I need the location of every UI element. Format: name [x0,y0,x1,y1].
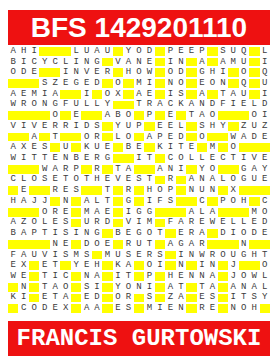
letter-cell: N [176,57,186,68]
blocked-cell [113,153,123,164]
letter-cell: O [249,110,259,121]
letter-cell: I [134,153,144,164]
blocked-cell [228,67,238,78]
letter-cell: A [186,207,196,218]
letter-cell: T [176,282,186,293]
letter-cell: I [18,121,28,132]
blocked-cell [228,164,238,175]
letter-cell: I [71,228,81,239]
letter-cell: A [239,132,249,143]
letter-cell: I [260,110,270,121]
letter-cell: A [186,100,196,111]
letter-cell: A [81,303,91,314]
letter-cell: H [92,175,102,186]
letter-cell: C [8,175,18,186]
letter-cell: E [218,218,228,229]
letter-cell: D [218,228,228,239]
letter-cell: S [207,293,217,304]
letter-cell: S [165,196,175,207]
letter-cell: U [123,121,133,132]
letter-cell: T [113,164,123,175]
blocked-cell [155,153,165,164]
blocked-cell [71,207,81,218]
letter-cell: G [134,207,144,218]
letter-cell: H [144,185,154,196]
blocked-cell [92,185,102,196]
letter-cell: I [81,89,91,100]
letter-cell: A [176,293,186,304]
letter-cell: Y [113,282,123,293]
letter-cell: O [123,282,133,293]
blocked-cell [176,196,186,207]
letter-cell: N [228,303,238,314]
blocked-cell [218,260,228,271]
letter-cell: X [60,303,70,314]
letter-cell: A [197,57,207,68]
letter-cell: A [8,89,18,100]
letter-cell: E [165,110,175,121]
blocked-cell [81,185,91,196]
letter-cell: K [8,293,18,304]
letter-cell: O [176,153,186,164]
blocked-cell [197,142,207,153]
letter-cell: T [155,228,165,239]
blocked-cell [8,282,18,293]
letter-cell: E [239,100,249,111]
blocked-cell [18,78,28,89]
letter-cell: O [123,110,133,121]
letter-cell: E [18,89,28,100]
letter-cell: U [102,46,112,57]
blocked-cell [186,293,196,304]
letter-cell: N [186,250,196,261]
letter-cell: P [71,164,81,175]
blocked-cell [249,196,259,207]
letter-cell: T [39,153,49,164]
blocked-cell [186,132,196,143]
letter-cell: E [197,78,207,89]
letter-cell: A [207,207,217,218]
blocked-cell [134,196,144,207]
letter-cell: E [81,293,91,304]
letter-cell: Z [18,218,28,229]
letter-cell: T [239,293,249,304]
blocked-cell [186,57,196,68]
letter-cell: W [249,271,259,282]
letter-cell: N [207,260,217,271]
letter-cell: A [18,228,28,239]
letter-cell: T [39,282,49,293]
letter-cell: E [102,175,112,186]
blocked-cell [228,121,238,132]
blocked-cell [249,57,259,68]
blocked-cell [71,271,81,282]
letter-cell: A [92,303,102,314]
blocked-cell [239,142,249,153]
letter-cell: A [8,46,18,57]
letter-cell: L [176,121,186,132]
blocked-cell [29,164,39,175]
blocked-cell [207,196,217,207]
letter-cell: E [155,121,165,132]
letter-cell: P [134,121,144,132]
letter-cell: I [113,271,123,282]
letter-cell: P [197,46,207,57]
letter-cell: D [81,121,91,132]
letter-cell: E [71,110,81,121]
blocked-cell [123,78,133,89]
blocked-cell [29,271,39,282]
letter-cell: I [228,100,238,111]
letter-cell: A [29,132,39,143]
blocked-cell [155,239,165,250]
letter-cell: I [18,293,28,304]
blocked-cell [176,175,186,186]
letter-cell: E [39,293,49,304]
letter-cell: E [18,185,28,196]
letter-cell: H [207,121,217,132]
letter-cell: G [239,175,249,186]
blocked-cell [186,67,196,78]
letter-cell: O [113,293,123,304]
letter-cell: F [60,100,70,111]
letter-cell: M [134,78,144,89]
letter-cell: F [165,218,175,229]
blocked-cell [218,185,228,196]
letter-cell: L [60,57,70,68]
letter-cell: E [176,228,186,239]
letter-cell: O [71,175,81,186]
blocked-cell [123,100,133,111]
letter-cell: T [39,271,49,282]
author-band: FRANCIS GURTOWSKI [8,321,270,356]
letter-cell: R [50,207,60,218]
letter-cell: R [207,250,217,261]
blocked-cell [134,110,144,121]
blocked-cell [155,67,165,78]
letter-cell: R [197,239,207,250]
letter-cell: U [81,46,91,57]
blocked-cell [218,132,228,143]
blocked-cell [207,228,217,239]
letter-cell: A [207,271,217,282]
letter-cell: N [218,78,228,89]
blocked-cell [155,207,165,218]
letter-cell: N [134,57,144,68]
letter-cell: U [239,89,249,100]
blocked-cell [186,303,196,314]
letter-cell: D [39,303,49,314]
blocked-cell [113,67,123,78]
letter-cell: Y [197,164,207,175]
letter-cell: I [50,271,60,282]
letter-cell: T [50,260,60,271]
blocked-cell [92,250,102,261]
letter-cell: Z [260,121,270,132]
blocked-cell [60,46,70,57]
letter-cell: W [39,164,49,175]
letter-cell: O [228,196,238,207]
letter-cell: E [260,228,270,239]
blocked-cell [186,89,196,100]
letter-cell: H [249,250,259,261]
letter-cell: L [260,271,270,282]
letter-cell: D [176,67,186,78]
blocked-cell [144,164,154,175]
letter-cell: N [176,303,186,314]
blocked-cell [81,110,91,121]
blocked-cell [249,78,259,89]
letter-cell: O [144,228,154,239]
blocked-cell [60,110,70,121]
blocked-cell [155,218,165,229]
letter-cell: L [260,46,270,57]
blocked-cell [8,110,18,121]
blocked-cell [39,185,49,196]
blocked-cell [186,164,196,175]
blocked-cell [155,110,165,121]
blocked-cell [186,196,196,207]
letter-cell: N [239,282,249,293]
letter-cell: V [8,121,18,132]
letter-cell: V [113,57,123,68]
blocked-cell [249,46,259,57]
letter-cell: I [165,142,175,153]
blocked-cell [81,164,91,175]
letter-cell: O [260,207,270,218]
letter-cell: D [144,46,154,57]
letter-cell: E [8,260,18,271]
blocked-cell [8,185,18,196]
letter-cell: E [197,293,207,304]
letter-cell: P [144,271,154,282]
letter-cell: N [134,282,144,293]
letter-cell: H [123,67,133,78]
blocked-cell [71,218,81,229]
letter-cell: V [81,67,91,78]
blocked-cell [186,78,196,89]
blocked-cell [39,46,49,57]
letter-cell: T [102,185,112,196]
letter-cell: I [134,218,144,229]
letter-cell: U [249,121,259,132]
letter-cell: B [113,110,123,121]
blocked-cell [71,196,81,207]
letter-cell: G [92,228,102,239]
letter-cell: S [81,250,91,261]
letter-cell: X [18,142,28,153]
letter-cell: A [50,164,60,175]
blocked-cell [239,260,249,271]
letter-cell: S [39,175,49,186]
blocked-cell [71,282,81,293]
letter-cell: U [134,239,144,250]
letter-cell: O [176,78,186,89]
letter-cell: A [207,175,217,186]
blocked-cell [102,121,112,132]
letter-cell: E [176,271,186,282]
blocked-cell [218,110,228,121]
letter-cell: I [29,46,39,57]
blocked-cell [155,293,165,304]
letter-cell: A [134,89,144,100]
blocked-cell [165,260,175,271]
letter-cell: O [113,78,123,89]
letter-cell: Q [239,78,249,89]
letter-cell: I [50,250,60,261]
blocked-cell [102,282,112,293]
letter-cell: A [92,46,102,57]
letter-cell: E [207,303,217,314]
letter-cell: L [92,196,102,207]
blocked-cell [249,239,259,250]
blocked-cell [8,164,18,175]
letter-cell: R [186,218,196,229]
letter-cell: E [50,153,60,164]
letter-cell: H [239,196,249,207]
letter-cell: A [176,218,186,229]
blocked-cell [134,293,144,304]
letter-cell: U [71,100,81,111]
letter-cell: U [29,250,39,261]
letter-cell: G [197,67,207,78]
letter-cell: J [29,196,39,207]
letter-cell: R [92,164,102,175]
letter-cell: C [197,196,207,207]
letter-cell: S [92,121,102,132]
blocked-cell [207,239,217,250]
letter-cell: T [228,153,238,164]
letter-cell: R [92,218,102,229]
blocked-cell [113,185,123,196]
letter-cell: A [249,164,259,175]
letter-cell: U [228,46,238,57]
letter-cell: W [8,271,18,282]
letter-cell: C [60,271,70,282]
blocked-cell [18,164,28,175]
letter-cell: O [228,142,238,153]
letter-cell: U [197,185,207,196]
letter-cell: O [39,207,49,218]
blocked-cell [218,207,228,218]
letter-cell: T [123,271,133,282]
blocked-cell [165,228,175,239]
blocked-cell [155,175,165,186]
blocked-cell [176,110,186,121]
blocked-cell [218,239,228,250]
letter-cell: A [18,250,28,261]
letter-cell: D [260,100,270,111]
letter-cell: R [123,293,133,304]
letter-cell: O [92,239,102,250]
blocked-cell [29,185,39,196]
letter-cell: D [207,100,217,111]
blocked-cell [29,260,39,271]
letter-cell: U [92,142,102,153]
letter-cell: A [228,89,238,100]
letter-cell: W [8,153,18,164]
letter-cell: O [218,250,228,261]
blocked-cell [228,207,238,218]
letter-cell: M [207,142,217,153]
letter-cell: G [239,164,249,175]
letter-cell: I [260,89,270,100]
letter-cell: O [134,46,144,57]
letter-cell: D [18,67,28,78]
letter-cell: L [81,100,91,111]
letter-cell: I [60,67,70,78]
letter-cell: S [60,250,70,261]
letter-cell: L [92,100,102,111]
letter-cell: E [260,175,270,186]
letter-cell: Y [102,100,112,111]
letter-cell: L [197,207,207,218]
letter-cell: O [165,67,175,78]
blocked-cell [165,207,175,218]
letter-cell: P [165,185,175,196]
letter-cell: E [29,142,39,153]
letter-cell: S [71,185,81,196]
letter-cell: T [134,100,144,111]
blocked-cell [239,207,249,218]
blocked-cell [39,110,49,121]
letter-cell: E [29,67,39,78]
letter-cell: T [144,175,154,186]
letter-cell: W [144,67,154,78]
letter-cell: U [249,175,259,186]
blocked-cell [113,46,123,57]
letter-cell: A [18,196,28,207]
blocked-cell [186,121,196,132]
blocked-cell [155,46,165,57]
letter-cell: S [39,142,49,153]
letter-cell: G [144,207,154,218]
blocked-cell [260,185,270,196]
letter-cell: O [155,185,165,196]
letter-cell: N [71,67,81,78]
letter-cell: A [8,218,18,229]
letter-cell: S [39,78,49,89]
letter-cell: O [207,164,217,175]
blocked-cell [113,239,123,250]
letter-cell: Z [239,121,249,132]
blocked-cell [113,142,123,153]
blocked-cell [39,239,49,250]
letter-cell: T [218,89,228,100]
letter-cell: D [260,218,270,229]
letter-cell: O [207,110,217,121]
blocked-cell [134,303,144,314]
letter-cell: A [228,282,238,293]
letter-cell: O [29,218,39,229]
letter-cell: D [249,228,259,239]
letter-cell: O [123,132,133,143]
letter-cell: N [81,271,91,282]
letter-cell: O [134,67,144,78]
blocked-cell [102,78,112,89]
blocked-cell [102,260,112,271]
blocked-cell [134,132,144,143]
letter-cell: O [29,303,39,314]
letter-cell: O [239,303,249,314]
letter-cell: E [123,175,133,186]
letter-cell: O [239,67,249,78]
letter-cell: E [102,239,112,250]
blocked-cell [8,303,18,314]
blocked-cell [155,271,165,282]
blocked-cell [71,132,81,143]
letter-cell: D [92,78,102,89]
